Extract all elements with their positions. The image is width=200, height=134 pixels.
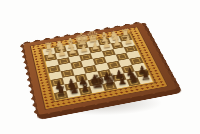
black-rook-piece: ♜ — [51, 85, 71, 99]
chess-set-photo: ♜♞♝♚♛♝♞♜♟♟♟♟♟♟♟♟♟♟♟♟♟♟♟♟♜♞♝♚♛♝♞♜ — [0, 0, 200, 134]
